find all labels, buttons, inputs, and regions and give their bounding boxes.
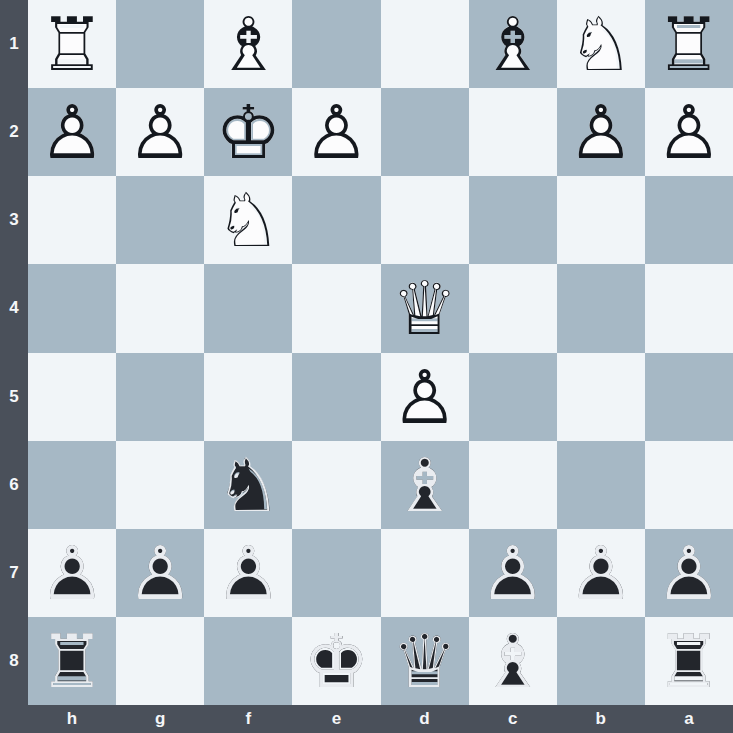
piece-outline-glyph: ♙ xyxy=(116,529,204,617)
piece-outline-glyph: ♙ xyxy=(204,529,292,617)
square-b1[interactable]: ♞♘ xyxy=(557,0,645,88)
square-c7[interactable]: ♟♙ xyxy=(469,529,557,617)
square-b6[interactable] xyxy=(557,441,645,529)
piece-fill-glyph: ♝ xyxy=(381,441,469,529)
piece-fill-glyph: ♝ xyxy=(469,0,557,88)
square-e2[interactable]: ♟♙ xyxy=(292,88,380,176)
square-e8[interactable]: ♚♔ xyxy=(292,617,380,705)
square-f6[interactable]: ♞♘ xyxy=(204,441,292,529)
piece-outline-glyph: ♙ xyxy=(557,88,645,176)
square-a4[interactable] xyxy=(645,264,733,352)
piece-fill-glyph: ♟ xyxy=(469,529,557,617)
piece-fill-glyph: ♞ xyxy=(204,176,292,264)
square-d7[interactable] xyxy=(381,529,469,617)
piece-fill-glyph: ♟ xyxy=(116,88,204,176)
square-c6[interactable] xyxy=(469,441,557,529)
piece-outline-glyph: ♙ xyxy=(469,529,557,617)
square-c1[interactable]: ♝♗ xyxy=(469,0,557,88)
square-f2[interactable]: ♚♔ xyxy=(204,88,292,176)
piece-outline-glyph: ♙ xyxy=(645,88,733,176)
rank-label-7: 7 xyxy=(0,529,28,617)
piece-fill-glyph: ♟ xyxy=(28,529,116,617)
square-f3[interactable]: ♞♘ xyxy=(204,176,292,264)
square-c4[interactable] xyxy=(469,264,557,352)
rank-label-5: 5 xyxy=(0,353,28,441)
piece-white-rook[interactable]: ♜♖ xyxy=(645,0,733,88)
piece-white-pawn[interactable]: ♟♙ xyxy=(557,88,645,176)
square-f1[interactable]: ♝♗ xyxy=(204,0,292,88)
rank-label-4: 4 xyxy=(0,264,28,352)
piece-outline-glyph: ♔ xyxy=(292,617,380,705)
piece-fill-glyph: ♜ xyxy=(645,0,733,88)
piece-white-pawn[interactable]: ♟♙ xyxy=(28,88,116,176)
rank-label-1: 1 xyxy=(0,0,28,88)
piece-black-queen[interactable]: ♛♕ xyxy=(381,617,469,705)
piece-outline-glyph: ♕ xyxy=(381,617,469,705)
piece-outline-glyph: ♙ xyxy=(557,529,645,617)
file-label-g: g xyxy=(116,705,204,733)
square-b7[interactable]: ♟♙ xyxy=(557,529,645,617)
piece-white-pawn[interactable]: ♟♙ xyxy=(292,88,380,176)
piece-black-pawn[interactable]: ♟♙ xyxy=(645,529,733,617)
piece-fill-glyph: ♟ xyxy=(116,529,204,617)
piece-fill-glyph: ♛ xyxy=(381,617,469,705)
piece-white-pawn[interactable]: ♟♙ xyxy=(381,353,469,441)
square-g1[interactable] xyxy=(116,0,204,88)
piece-outline-glyph: ♖ xyxy=(28,617,116,705)
square-h4[interactable] xyxy=(28,264,116,352)
piece-white-pawn[interactable]: ♟♙ xyxy=(116,88,204,176)
piece-white-knight[interactable]: ♞♘ xyxy=(204,176,292,264)
piece-outline-glyph: ♗ xyxy=(204,0,292,88)
square-c8[interactable]: ♝♗ xyxy=(469,617,557,705)
piece-fill-glyph: ♜ xyxy=(28,617,116,705)
file-label-d: d xyxy=(381,705,469,733)
square-f8[interactable] xyxy=(204,617,292,705)
square-f7[interactable]: ♟♙ xyxy=(204,529,292,617)
square-b5[interactable] xyxy=(557,353,645,441)
square-d4[interactable]: ♛♕ xyxy=(381,264,469,352)
piece-black-pawn[interactable]: ♟♙ xyxy=(204,529,292,617)
square-c5[interactable] xyxy=(469,353,557,441)
piece-outline-glyph: ♖ xyxy=(28,0,116,88)
rank-label-2: 2 xyxy=(0,88,28,176)
square-e3[interactable] xyxy=(292,176,380,264)
square-g5[interactable] xyxy=(116,353,204,441)
piece-fill-glyph: ♟ xyxy=(645,529,733,617)
piece-fill-glyph: ♞ xyxy=(204,441,292,529)
square-h3[interactable] xyxy=(28,176,116,264)
rank-label-3: 3 xyxy=(0,176,28,264)
piece-fill-glyph: ♜ xyxy=(645,617,733,705)
square-a7[interactable]: ♟♙ xyxy=(645,529,733,617)
square-d8[interactable]: ♛♕ xyxy=(381,617,469,705)
square-b2[interactable]: ♟♙ xyxy=(557,88,645,176)
piece-outline-glyph: ♙ xyxy=(645,529,733,617)
piece-fill-glyph: ♛ xyxy=(381,264,469,352)
piece-outline-glyph: ♙ xyxy=(28,88,116,176)
square-f4[interactable] xyxy=(204,264,292,352)
rank-label-6: 6 xyxy=(0,441,28,529)
piece-outline-glyph: ♘ xyxy=(204,441,292,529)
rank-label-8: 8 xyxy=(0,617,28,705)
square-a3[interactable] xyxy=(645,176,733,264)
square-a5[interactable] xyxy=(645,353,733,441)
file-label-h: h xyxy=(28,705,116,733)
piece-outline-glyph: ♙ xyxy=(28,529,116,617)
square-f5[interactable] xyxy=(204,353,292,441)
piece-fill-glyph: ♚ xyxy=(292,617,380,705)
square-b8[interactable] xyxy=(557,617,645,705)
square-d5[interactable]: ♟♙ xyxy=(381,353,469,441)
square-h8[interactable]: ♜♖ xyxy=(28,617,116,705)
square-h5[interactable] xyxy=(28,353,116,441)
square-a2[interactable]: ♟♙ xyxy=(645,88,733,176)
piece-white-rook[interactable]: ♜♖ xyxy=(28,0,116,88)
square-e5[interactable] xyxy=(292,353,380,441)
square-c2[interactable] xyxy=(469,88,557,176)
piece-fill-glyph: ♟ xyxy=(204,529,292,617)
piece-outline-glyph: ♖ xyxy=(645,0,733,88)
square-e7[interactable] xyxy=(292,529,380,617)
piece-fill-glyph: ♟ xyxy=(381,353,469,441)
square-b3[interactable] xyxy=(557,176,645,264)
piece-white-bishop[interactable]: ♝♗ xyxy=(204,0,292,88)
square-h7[interactable]: ♟♙ xyxy=(28,529,116,617)
piece-black-pawn[interactable]: ♟♙ xyxy=(557,529,645,617)
square-a1[interactable]: ♜♖ xyxy=(645,0,733,88)
square-h2[interactable]: ♟♙ xyxy=(28,88,116,176)
piece-fill-glyph: ♝ xyxy=(204,0,292,88)
square-g3[interactable] xyxy=(116,176,204,264)
piece-outline-glyph: ♔ xyxy=(204,88,292,176)
piece-white-queen[interactable]: ♛♕ xyxy=(381,264,469,352)
square-a6[interactable] xyxy=(645,441,733,529)
piece-black-rook[interactable]: ♜♖ xyxy=(28,617,116,705)
square-h1[interactable]: ♜♖ xyxy=(28,0,116,88)
square-g2[interactable]: ♟♙ xyxy=(116,88,204,176)
piece-white-king[interactable]: ♚♔ xyxy=(204,88,292,176)
square-a8[interactable]: ♜♖ xyxy=(645,617,733,705)
file-label-b: b xyxy=(557,705,645,733)
piece-fill-glyph: ♚ xyxy=(204,88,292,176)
piece-outline-glyph: ♕ xyxy=(381,264,469,352)
piece-white-pawn[interactable]: ♟♙ xyxy=(645,88,733,176)
piece-fill-glyph: ♞ xyxy=(557,0,645,88)
square-g7[interactable]: ♟♙ xyxy=(116,529,204,617)
piece-outline-glyph: ♗ xyxy=(381,441,469,529)
piece-outline-glyph: ♘ xyxy=(204,176,292,264)
file-label-c: c xyxy=(469,705,557,733)
square-g6[interactable] xyxy=(116,441,204,529)
piece-fill-glyph: ♟ xyxy=(292,88,380,176)
piece-black-rook[interactable]: ♜♖ xyxy=(645,617,733,705)
file-label-f: f xyxy=(204,705,292,733)
piece-white-knight[interactable]: ♞♘ xyxy=(557,0,645,88)
square-e1[interactable] xyxy=(292,0,380,88)
piece-fill-glyph: ♝ xyxy=(469,617,557,705)
piece-fill-glyph: ♜ xyxy=(28,0,116,88)
piece-black-pawn[interactable]: ♟♙ xyxy=(469,529,557,617)
square-d1[interactable] xyxy=(381,0,469,88)
square-d6[interactable]: ♝♗ xyxy=(381,441,469,529)
piece-outline-glyph: ♖ xyxy=(645,617,733,705)
square-d2[interactable] xyxy=(381,88,469,176)
piece-fill-glyph: ♟ xyxy=(557,529,645,617)
piece-outline-glyph: ♙ xyxy=(116,88,204,176)
piece-black-king[interactable]: ♚♔ xyxy=(292,617,380,705)
piece-outline-glyph: ♙ xyxy=(381,353,469,441)
square-e6[interactable] xyxy=(292,441,380,529)
piece-outline-glyph: ♗ xyxy=(469,617,557,705)
piece-fill-glyph: ♟ xyxy=(645,88,733,176)
file-label-e: e xyxy=(292,705,380,733)
square-g8[interactable] xyxy=(116,617,204,705)
corner-spacer xyxy=(0,705,28,733)
piece-black-bishop[interactable]: ♝♗ xyxy=(469,617,557,705)
piece-black-knight[interactable]: ♞♘ xyxy=(204,441,292,529)
piece-fill-glyph: ♟ xyxy=(557,88,645,176)
square-b4[interactable] xyxy=(557,264,645,352)
square-d3[interactable] xyxy=(381,176,469,264)
square-e4[interactable] xyxy=(292,264,380,352)
piece-black-pawn[interactable]: ♟♙ xyxy=(116,529,204,617)
piece-fill-glyph: ♟ xyxy=(28,88,116,176)
chess-board: 1♜♖♝♗♝♗♞♘♜♖2♟♙♟♙♚♔♟♙♟♙♟♙3♞♘4♛♕5♟♙6♞♘♝♗7♟… xyxy=(0,0,733,733)
piece-outline-glyph: ♗ xyxy=(469,0,557,88)
square-h6[interactable] xyxy=(28,441,116,529)
file-label-a: a xyxy=(645,705,733,733)
piece-black-bishop[interactable]: ♝♗ xyxy=(381,441,469,529)
piece-white-bishop[interactable]: ♝♗ xyxy=(469,0,557,88)
square-g4[interactable] xyxy=(116,264,204,352)
square-c3[interactable] xyxy=(469,176,557,264)
piece-outline-glyph: ♙ xyxy=(292,88,380,176)
piece-black-pawn[interactable]: ♟♙ xyxy=(28,529,116,617)
piece-outline-glyph: ♘ xyxy=(557,0,645,88)
